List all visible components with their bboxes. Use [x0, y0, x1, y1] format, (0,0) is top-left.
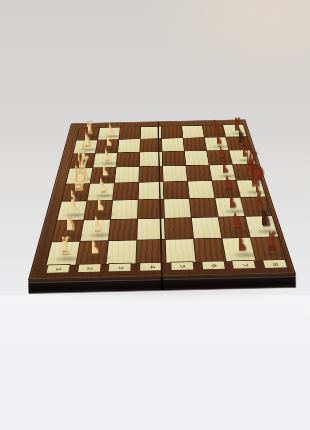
product-photo: ♜♞♝♛♚♝♞♜♟♟♟♟♟♟♟♟♟♟♟♟♟♟♟♟♜♞♝♛♚♝♞♜ 1234567…	[0, 0, 310, 430]
chess-set: ♜♞♝♛♚♝♞♜♟♟♟♟♟♟♟♟♟♟♟♟♟♟♟♟♜♞♝♛♚♝♞♜ 1234567…	[24, 97, 294, 281]
rank-label-text: 6	[210, 264, 217, 267]
square-a6	[182, 126, 204, 138]
square-h1: ♜	[46, 242, 79, 266]
rank-label-text: 8	[271, 262, 278, 265]
square-h2: ♟	[76, 241, 107, 265]
black-rook: ♜	[268, 229, 269, 253]
black-knight: ♞	[262, 204, 263, 230]
square-f3	[111, 200, 138, 219]
square-e5	[164, 182, 189, 199]
white-knight: ♞	[67, 209, 68, 235]
square-e6	[188, 181, 215, 198]
side-edge-seam	[161, 276, 163, 290]
square-h7: ♟	[222, 238, 255, 261]
rank-label-text: 3	[117, 266, 123, 269]
square-h6	[194, 239, 225, 262]
square-d5	[163, 166, 187, 182]
square-d3	[115, 167, 139, 183]
square-g3	[109, 219, 137, 240]
rank-label-text: 1	[55, 267, 62, 271]
square-b3	[118, 139, 140, 152]
rank-label-text: 4	[148, 265, 154, 268]
square-c5	[162, 151, 185, 165]
rank-label-text: 5	[179, 264, 185, 267]
square-d6	[186, 165, 211, 181]
rank-label-text: 7	[240, 263, 247, 266]
chess-board-frame: ♜♞♝♛♚♝♞♜♟♟♟♟♟♟♟♟♟♟♟♟♟♟♟♟♜♞♝♛♚♝♞♜ 1234567…	[28, 119, 296, 280]
square-c6	[185, 151, 209, 165]
square-f5	[164, 199, 191, 218]
square-e3	[113, 183, 138, 200]
square-h5	[166, 239, 196, 263]
rank-label-text: 2	[86, 266, 93, 269]
table-surface	[0, 295, 310, 430]
square-h3	[106, 240, 136, 264]
square-a5	[162, 126, 183, 138]
square-a3	[119, 127, 140, 139]
rank-label-4: 4	[139, 262, 163, 272]
square-b5	[162, 138, 184, 151]
square-f6	[190, 198, 218, 217]
rank-label-3: 3	[108, 263, 132, 273]
square-g5	[165, 218, 193, 239]
chess-board: ♜♞♝♛♚♝♞♜♟♟♟♟♟♟♟♟♟♟♟♟♟♟♟♟♜♞♝♛♚♝♞♜	[45, 124, 286, 266]
square-c3	[116, 152, 139, 166]
square-b6	[183, 138, 206, 151]
rank-label-1: 1	[45, 264, 70, 274]
square-g6	[192, 217, 222, 238]
white-rook: ♜	[62, 234, 63, 258]
